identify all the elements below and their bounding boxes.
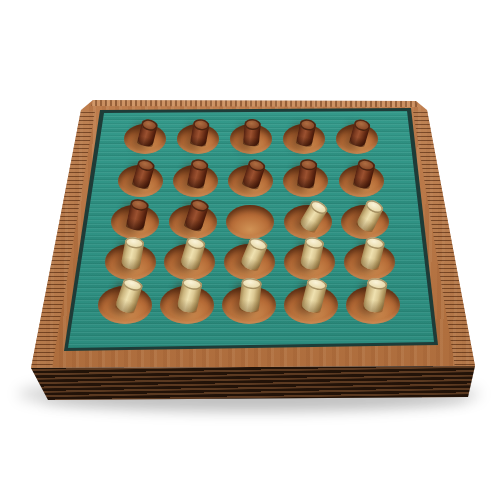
cell-r4c5[interactable] [344, 244, 395, 280]
cell-r5c5[interactable] [346, 286, 400, 324]
cell-r2c2[interactable] [173, 165, 218, 197]
cell-r1c2[interactable] [177, 124, 219, 154]
cell-r3c1[interactable] [111, 205, 159, 239]
cell-r1c3[interactable] [230, 124, 272, 154]
cell-r3c2[interactable] [169, 205, 217, 239]
cell-r2c5[interactable] [339, 165, 384, 197]
empty-hole [226, 205, 274, 239]
piece-light[interactable] [239, 279, 262, 313]
cell-r4c1[interactable] [105, 244, 156, 280]
cell-r1c5[interactable] [336, 124, 378, 154]
board-grid [0, 0, 500, 500]
cell-r3c4[interactable] [284, 205, 332, 239]
piece-dark[interactable] [243, 120, 261, 146]
cell-r2c4[interactable] [283, 165, 328, 197]
board-game-photo [0, 0, 500, 500]
cell-r3c5[interactable] [341, 205, 389, 239]
cell-r3c3[interactable] [226, 205, 274, 239]
cell-r2c3[interactable] [228, 165, 273, 197]
cell-r4c3[interactable] [224, 244, 275, 280]
cell-r2c1[interactable] [118, 165, 163, 197]
cell-r5c4[interactable] [284, 286, 338, 324]
cell-r5c3[interactable] [222, 286, 276, 324]
cell-r1c4[interactable] [283, 124, 325, 154]
cell-r4c4[interactable] [284, 244, 335, 280]
cell-r5c2[interactable] [160, 286, 214, 324]
cell-r4c2[interactable] [164, 244, 215, 280]
cell-r5c1[interactable] [98, 286, 152, 324]
cell-r1c1[interactable] [124, 124, 166, 154]
